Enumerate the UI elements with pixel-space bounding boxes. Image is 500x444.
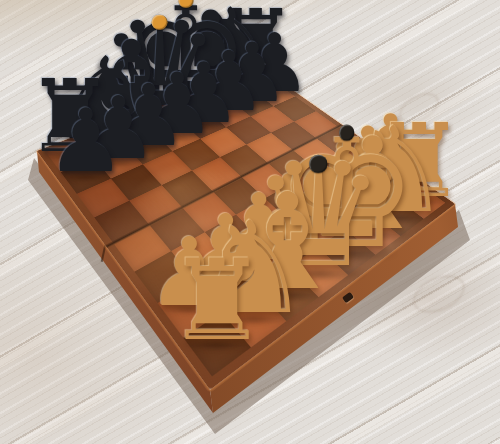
scene: ♜♞♝♛♚♝♞♜♟♟♟♟♟♟♟♟♟♟♟♟♟♟♟♟♜♞♝♛♚♝♞♜ [0, 0, 500, 444]
